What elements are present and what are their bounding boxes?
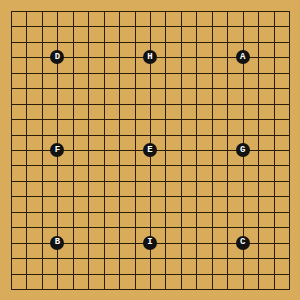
grid-line-horizontal	[11, 165, 290, 166]
grid-line-vertical	[258, 11, 259, 290]
grid-line-vertical	[181, 11, 182, 290]
black-stone-Q16[interactable]: A	[236, 50, 250, 64]
black-stone-K10[interactable]: E	[143, 143, 157, 157]
grid-line-horizontal	[11, 212, 290, 213]
grid-line-horizontal	[11, 258, 290, 259]
black-stone-D4[interactable]: B	[50, 236, 64, 250]
black-stone-K16[interactable]: H	[143, 50, 157, 64]
grid-line-horizontal	[11, 181, 290, 182]
grid-line-horizontal	[11, 196, 290, 197]
grid-line-horizontal	[11, 274, 290, 275]
grid-line-vertical	[212, 11, 213, 290]
black-stone-D16[interactable]: D	[50, 50, 64, 64]
grid-line-vertical	[274, 11, 275, 290]
grid-line-horizontal	[11, 289, 290, 290]
black-stone-K4[interactable]: I	[143, 236, 157, 250]
grid-line-vertical	[289, 11, 290, 290]
grid-line-vertical	[227, 11, 228, 290]
black-stone-Q10[interactable]: G	[236, 143, 250, 157]
go-board[interactable]: ABCDEFGHI	[0, 0, 300, 300]
black-stone-Q4[interactable]: C	[236, 236, 250, 250]
grid-line-vertical	[165, 11, 166, 290]
grid-line-horizontal	[11, 227, 290, 228]
black-stone-D10[interactable]: F	[50, 143, 64, 157]
grid-line-vertical	[196, 11, 197, 290]
